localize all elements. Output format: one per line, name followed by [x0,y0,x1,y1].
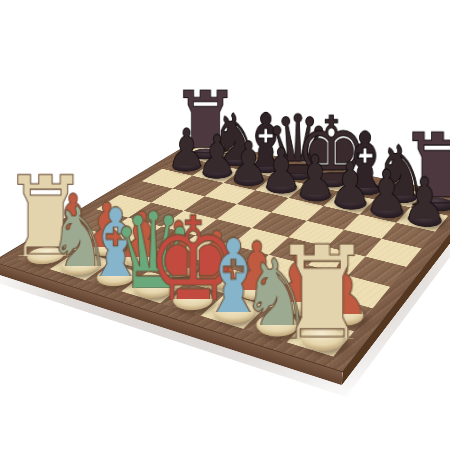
rook-sprite: ♜ [229,195,415,339]
chess-board: ♜♞♝♛♚♝♞♜♟♟♟♟♟♟♟♟♟♟♟♟♟♟♟♟♜♞♝♛♚♝♞♜ [0,139,450,372]
product-photo-scene: ♜♞♝♛♚♝♞♜♟♟♟♟♟♟♟♟♟♟♟♟♟♟♟♟♜♞♝♛♚♝♞♜ [0,0,450,450]
